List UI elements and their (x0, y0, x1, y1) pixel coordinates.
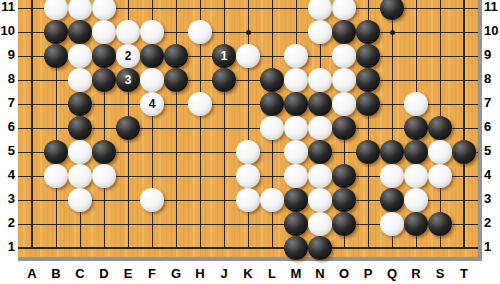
black-stone-D8 (92, 68, 116, 92)
white-stone-S5 (428, 140, 452, 164)
white-stone-F8 (140, 68, 164, 92)
black-stone-M7 (284, 92, 308, 116)
black-stone-E8: 3 (116, 68, 140, 92)
black-stone-D9 (92, 44, 116, 68)
white-stone-D10 (92, 20, 116, 44)
white-stone-C4 (68, 164, 92, 188)
black-stone-P5 (356, 140, 380, 164)
white-stone-E9: 2 (116, 44, 140, 68)
grid-vertical-line (224, 0, 225, 249)
black-stone-M3 (284, 188, 308, 212)
white-stone-C8 (68, 68, 92, 92)
white-stone-M4 (284, 164, 308, 188)
black-stone-O3 (332, 188, 356, 212)
black-stone-L8 (260, 68, 284, 92)
black-stone-C6 (68, 116, 92, 140)
row-label-right-1: 1 (484, 239, 500, 255)
board-shadow-right (478, 0, 482, 261)
column-label-D: D (92, 266, 116, 282)
move-number-label: 4 (149, 97, 156, 111)
column-label-C: C (68, 266, 92, 282)
board-shadow-bottom (18, 257, 482, 261)
white-stone-Q4 (380, 164, 404, 188)
white-stone-M5 (284, 140, 308, 164)
white-stone-H7 (188, 92, 212, 116)
black-stone-B5 (44, 140, 68, 164)
column-label-N: N (308, 266, 332, 282)
column-label-G: G (164, 266, 188, 282)
white-stone-R3 (404, 188, 428, 212)
row-label-left-1: 1 (0, 239, 15, 255)
row-label-left-8: 8 (0, 71, 15, 87)
white-stone-D4 (92, 164, 116, 188)
black-stone-N7 (308, 92, 332, 116)
star-point (246, 30, 251, 35)
black-stone-N1 (308, 236, 332, 260)
column-label-H: H (188, 266, 212, 282)
row-label-right-5: 5 (484, 143, 500, 159)
black-stone-R5 (404, 140, 428, 164)
row-label-right-10: 10 (484, 23, 500, 39)
column-label-P: P (356, 266, 380, 282)
grid-horizontal-line (18, 247, 478, 249)
white-stone-K9 (236, 44, 260, 68)
black-stone-M1 (284, 236, 308, 260)
black-stone-Q5 (380, 140, 404, 164)
black-stone-Q3 (380, 188, 404, 212)
black-stone-O6 (332, 116, 356, 140)
white-stone-N8 (308, 68, 332, 92)
column-label-Q: Q (380, 266, 404, 282)
grid-vertical-line (31, 0, 33, 249)
row-label-left-10: 10 (0, 23, 15, 39)
black-stone-R6 (404, 116, 428, 140)
white-stone-O8 (332, 68, 356, 92)
white-stone-K3 (236, 188, 260, 212)
move-number-label: 2 (125, 49, 132, 63)
black-stone-P8 (356, 68, 380, 92)
black-stone-B10 (44, 20, 68, 44)
column-label-T: T (452, 266, 476, 282)
column-label-L: L (260, 266, 284, 282)
black-stone-P9 (356, 44, 380, 68)
white-stone-Q2 (380, 212, 404, 236)
grid-vertical-line (176, 0, 177, 249)
black-stone-S6 (428, 116, 452, 140)
white-stone-F7: 4 (140, 92, 164, 116)
black-stone-M2 (284, 212, 308, 236)
white-stone-E10 (116, 20, 140, 44)
white-stone-R4 (404, 164, 428, 188)
column-label-F: F (140, 266, 164, 282)
row-label-left-6: 6 (0, 119, 15, 135)
column-label-O: O (332, 266, 356, 282)
row-label-right-4: 4 (484, 167, 500, 183)
row-label-right-6: 6 (484, 119, 500, 135)
white-stone-M6 (284, 116, 308, 140)
row-label-right-9: 9 (484, 47, 500, 63)
black-stone-T5 (452, 140, 476, 164)
white-stone-C9 (68, 44, 92, 68)
white-stone-R7 (404, 92, 428, 116)
row-label-right-3: 3 (484, 191, 500, 207)
black-stone-G9 (164, 44, 188, 68)
white-stone-N4 (308, 164, 332, 188)
row-label-right-7: 7 (484, 95, 500, 111)
black-stone-G8 (164, 68, 188, 92)
white-stone-C5 (68, 140, 92, 164)
white-stone-F3 (140, 188, 164, 212)
column-label-M: M (284, 266, 308, 282)
white-stone-S4 (428, 164, 452, 188)
row-label-left-5: 5 (0, 143, 15, 159)
black-stone-E6 (116, 116, 140, 140)
row-label-left-11: 11 (0, 0, 15, 15)
black-stone-O4 (332, 164, 356, 188)
row-label-left-4: 4 (0, 167, 15, 183)
row-label-left-7: 7 (0, 95, 15, 111)
white-stone-K5 (236, 140, 260, 164)
black-stone-L7 (260, 92, 284, 116)
white-stone-N2 (308, 212, 332, 236)
white-stone-K4 (236, 164, 260, 188)
column-label-E: E (116, 266, 140, 282)
white-stone-N3 (308, 188, 332, 212)
white-stone-L3 (260, 188, 284, 212)
black-stone-P7 (356, 92, 380, 116)
column-label-K: K (236, 266, 260, 282)
row-label-right-11: 11 (484, 0, 500, 15)
move-number-label: 1 (221, 49, 228, 63)
white-stone-M9 (284, 44, 308, 68)
black-stone-S2 (428, 212, 452, 236)
white-stone-N6 (308, 116, 332, 140)
white-stone-L6 (260, 116, 284, 140)
white-stone-B4 (44, 164, 68, 188)
black-stone-C7 (68, 92, 92, 116)
row-label-right-2: 2 (484, 215, 500, 231)
black-stone-J9: 1 (212, 44, 236, 68)
star-point (390, 30, 395, 35)
white-stone-F10 (140, 20, 164, 44)
black-stone-F9 (140, 44, 164, 68)
move-number-label: 3 (125, 73, 132, 87)
black-stone-C10 (68, 20, 92, 44)
row-label-right-8: 8 (484, 71, 500, 87)
black-stone-P10 (356, 20, 380, 44)
white-stone-N10 (308, 20, 332, 44)
row-label-left-2: 2 (0, 215, 15, 231)
white-stone-M8 (284, 68, 308, 92)
column-label-S: S (428, 266, 452, 282)
column-label-A: A (20, 266, 44, 282)
black-stone-J8 (212, 68, 236, 92)
column-label-J: J (212, 266, 236, 282)
black-stone-N5 (308, 140, 332, 164)
white-stone-O9 (332, 44, 356, 68)
black-stone-O2 (332, 212, 356, 236)
grid-vertical-line (463, 0, 465, 249)
black-stone-B9 (44, 44, 68, 68)
black-stone-R2 (404, 212, 428, 236)
column-label-B: B (44, 266, 68, 282)
go-board-diagram: 2134 11111010998877665544332211ABCDEFGHJ… (0, 0, 500, 284)
black-stone-O10 (332, 20, 356, 44)
row-label-left-9: 9 (0, 47, 15, 63)
white-stone-O7 (332, 92, 356, 116)
column-label-R: R (404, 266, 428, 282)
row-label-left-3: 3 (0, 191, 15, 207)
black-stone-D5 (92, 140, 116, 164)
white-stone-H10 (188, 20, 212, 44)
white-stone-C3 (68, 188, 92, 212)
